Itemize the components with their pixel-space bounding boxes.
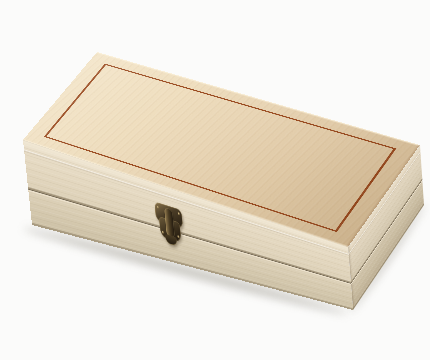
- clasp-screw: [162, 231, 164, 234]
- box-bottom-rim-front: [32, 223, 353, 310]
- clasp-latch-icon: [149, 200, 190, 251]
- clasp-screw: [178, 212, 180, 215]
- clasp-screw: [177, 235, 179, 238]
- photo-scene: [0, 0, 430, 360]
- clasp-screw: [157, 206, 159, 209]
